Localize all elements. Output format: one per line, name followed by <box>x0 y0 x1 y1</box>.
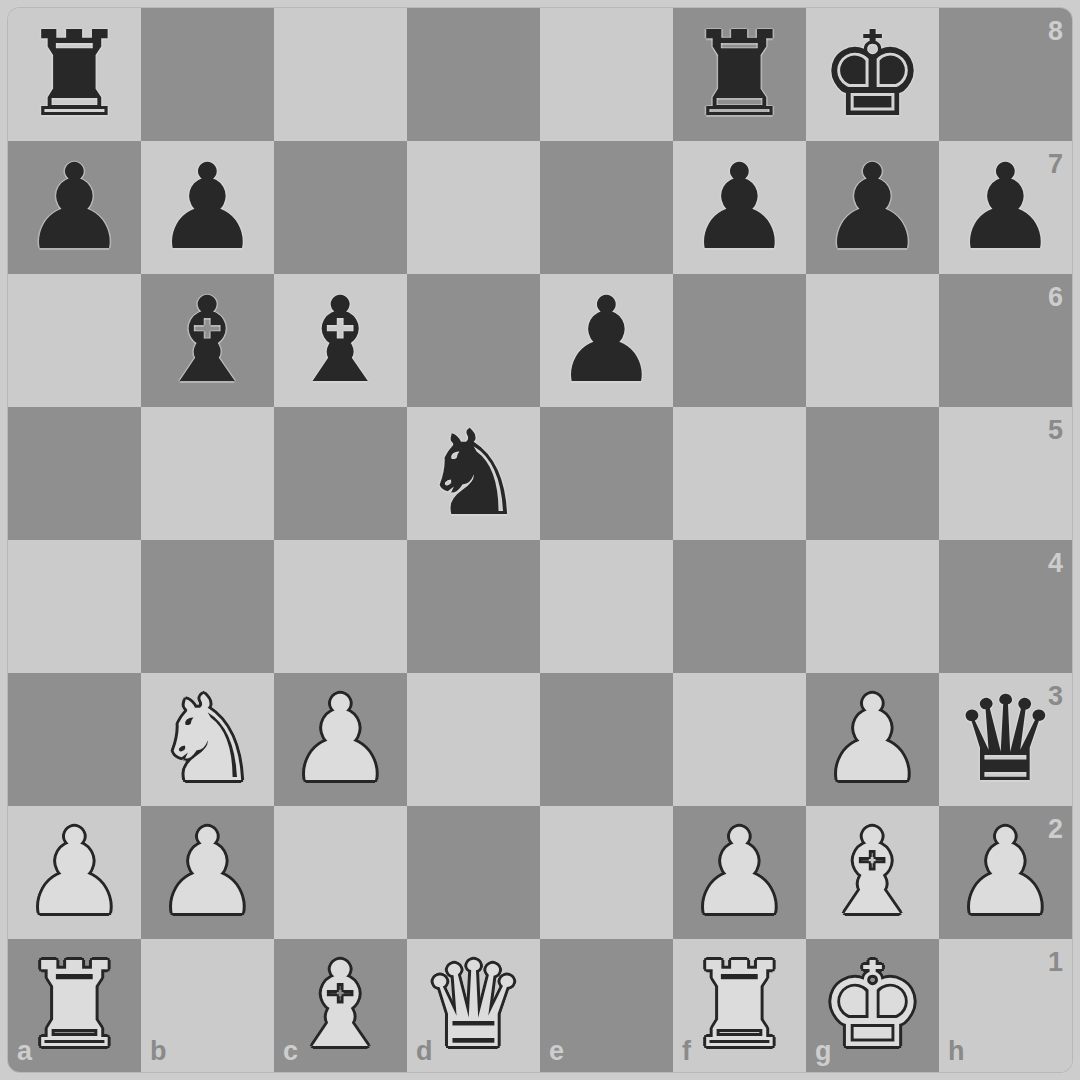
square-d1[interactable]: ♛d <box>407 939 540 1072</box>
square-a2[interactable]: ♟ <box>8 806 141 939</box>
square-d5[interactable]: ♞ <box>407 407 540 540</box>
square-d8[interactable] <box>407 8 540 141</box>
square-h6[interactable]: 6 <box>939 274 1072 407</box>
white-pawn-icon[interactable]: ♟ <box>939 806 1072 939</box>
file-label-e: e <box>549 1036 564 1067</box>
black-rook-icon[interactable]: ♜ <box>673 8 806 141</box>
square-g4[interactable] <box>806 540 939 673</box>
white-pawn-icon[interactable]: ♟ <box>8 806 141 939</box>
square-a8[interactable]: ♜ <box>8 8 141 141</box>
white-pawn-icon[interactable]: ♟ <box>673 806 806 939</box>
rank-label-1: 1 <box>1048 947 1063 978</box>
black-pawn-icon[interactable]: ♟ <box>540 274 673 407</box>
black-queen-icon[interactable]: ♛ <box>939 673 1072 806</box>
chess-board: ♜♜♚8♟♟♟♟♟7♝♝♟6♞54♞♟♟♛3♟♟♟♝♟2♜ab♝c♛de♜f♚g… <box>8 8 1072 1072</box>
page-background: ♜♜♚8♟♟♟♟♟7♝♝♟6♞54♞♟♟♛3♟♟♟♝♟2♜ab♝c♛de♜f♚g… <box>0 0 1080 1080</box>
square-e2[interactable] <box>540 806 673 939</box>
square-h4[interactable]: 4 <box>939 540 1072 673</box>
rank-label-8: 8 <box>1048 16 1063 47</box>
square-a5[interactable] <box>8 407 141 540</box>
square-g1[interactable]: ♚g <box>806 939 939 1072</box>
square-e1[interactable]: e <box>540 939 673 1072</box>
rank-label-5: 5 <box>1048 415 1063 446</box>
black-pawn-icon[interactable]: ♟ <box>673 141 806 274</box>
square-c8[interactable] <box>274 8 407 141</box>
square-f3[interactable] <box>673 673 806 806</box>
square-c2[interactable] <box>274 806 407 939</box>
square-d4[interactable] <box>407 540 540 673</box>
square-d7[interactable] <box>407 141 540 274</box>
square-b3[interactable]: ♞ <box>141 673 274 806</box>
white-pawn-icon[interactable]: ♟ <box>806 673 939 806</box>
white-knight-icon[interactable]: ♞ <box>141 673 274 806</box>
black-bishop-icon[interactable]: ♝ <box>141 274 274 407</box>
square-d2[interactable] <box>407 806 540 939</box>
square-b4[interactable] <box>141 540 274 673</box>
square-e7[interactable] <box>540 141 673 274</box>
rank-label-4: 4 <box>1048 548 1063 579</box>
square-g3[interactable]: ♟ <box>806 673 939 806</box>
square-b8[interactable] <box>141 8 274 141</box>
white-king-icon[interactable]: ♚ <box>806 939 939 1072</box>
square-g8[interactable]: ♚ <box>806 8 939 141</box>
white-queen-icon[interactable]: ♛ <box>407 939 540 1072</box>
square-c1[interactable]: ♝c <box>274 939 407 1072</box>
file-label-h: h <box>948 1036 965 1067</box>
square-f6[interactable] <box>673 274 806 407</box>
square-h2[interactable]: ♟2 <box>939 806 1072 939</box>
square-h7[interactable]: ♟7 <box>939 141 1072 274</box>
white-rook-icon[interactable]: ♜ <box>8 939 141 1072</box>
square-a1[interactable]: ♜a <box>8 939 141 1072</box>
square-d6[interactable] <box>407 274 540 407</box>
square-c6[interactable]: ♝ <box>274 274 407 407</box>
square-c5[interactable] <box>274 407 407 540</box>
square-e4[interactable] <box>540 540 673 673</box>
file-label-b: b <box>150 1036 167 1067</box>
black-pawn-icon[interactable]: ♟ <box>939 141 1072 274</box>
square-a3[interactable] <box>8 673 141 806</box>
square-h5[interactable]: 5 <box>939 407 1072 540</box>
black-pawn-icon[interactable]: ♟ <box>141 141 274 274</box>
square-g6[interactable] <box>806 274 939 407</box>
black-bishop-icon[interactable]: ♝ <box>274 274 407 407</box>
square-h3[interactable]: ♛3 <box>939 673 1072 806</box>
square-g5[interactable] <box>806 407 939 540</box>
square-b5[interactable] <box>141 407 274 540</box>
square-f5[interactable] <box>673 407 806 540</box>
white-bishop-icon[interactable]: ♝ <box>274 939 407 1072</box>
square-b7[interactable]: ♟ <box>141 141 274 274</box>
square-c4[interactable] <box>274 540 407 673</box>
white-pawn-icon[interactable]: ♟ <box>141 806 274 939</box>
white-rook-icon[interactable]: ♜ <box>673 939 806 1072</box>
square-f8[interactable]: ♜ <box>673 8 806 141</box>
white-pawn-icon[interactable]: ♟ <box>274 673 407 806</box>
square-c3[interactable]: ♟ <box>274 673 407 806</box>
square-g2[interactable]: ♝ <box>806 806 939 939</box>
square-g7[interactable]: ♟ <box>806 141 939 274</box>
rank-label-6: 6 <box>1048 282 1063 313</box>
square-h1[interactable]: 1h <box>939 939 1072 1072</box>
square-f4[interactable] <box>673 540 806 673</box>
square-b1[interactable]: b <box>141 939 274 1072</box>
square-c7[interactable] <box>274 141 407 274</box>
square-f2[interactable]: ♟ <box>673 806 806 939</box>
square-f1[interactable]: ♜f <box>673 939 806 1072</box>
square-a4[interactable] <box>8 540 141 673</box>
square-d3[interactable] <box>407 673 540 806</box>
square-e6[interactable]: ♟ <box>540 274 673 407</box>
square-a7[interactable]: ♟ <box>8 141 141 274</box>
square-a6[interactable] <box>8 274 141 407</box>
square-b2[interactable]: ♟ <box>141 806 274 939</box>
black-pawn-icon[interactable]: ♟ <box>806 141 939 274</box>
square-e5[interactable] <box>540 407 673 540</box>
white-bishop-icon[interactable]: ♝ <box>806 806 939 939</box>
square-h8[interactable]: 8 <box>939 8 1072 141</box>
square-f7[interactable]: ♟ <box>673 141 806 274</box>
square-b6[interactable]: ♝ <box>141 274 274 407</box>
black-king-icon[interactable]: ♚ <box>806 8 939 141</box>
black-pawn-icon[interactable]: ♟ <box>8 141 141 274</box>
square-e8[interactable] <box>540 8 673 141</box>
square-e3[interactable] <box>540 673 673 806</box>
black-knight-icon[interactable]: ♞ <box>407 407 540 540</box>
black-rook-icon[interactable]: ♜ <box>8 8 141 141</box>
